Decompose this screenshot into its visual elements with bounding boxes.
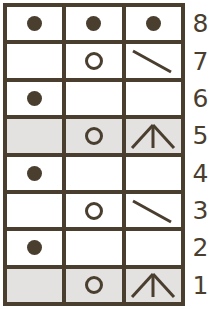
cell-r8-c3 (126, 7, 181, 40)
row-number-column: 87654321 (185, 3, 216, 306)
cell-r2-c3 (126, 231, 181, 264)
cell-r5-c1 (7, 119, 62, 152)
cell-r1-c3 (126, 269, 181, 302)
purl-dot-icon (146, 16, 161, 31)
cell-r6-c3 (126, 82, 181, 115)
cell-r7-c2 (66, 44, 121, 77)
purl-dot-icon (27, 240, 42, 255)
cell-r4-c1 (7, 157, 62, 190)
yarn-over-icon (85, 202, 103, 220)
yarn-over-icon (85, 276, 103, 294)
purl-dot-icon (86, 16, 101, 31)
centered-double-decrease-icon (128, 271, 178, 299)
row-number-2: 2 (185, 231, 216, 264)
cell-r3-c2 (66, 194, 121, 227)
row-number-7: 7 (185, 44, 216, 77)
cell-r8-c1 (7, 7, 62, 40)
knitting-chart-page: 87654321 (0, 0, 216, 309)
row-number-4: 4 (185, 157, 216, 190)
cell-r3-c1 (7, 194, 62, 227)
row-number-6: 6 (185, 82, 216, 115)
cell-r8-c2 (66, 7, 121, 40)
row-number-8: 8 (185, 7, 216, 40)
knitting-chart-grid (3, 3, 185, 306)
cell-r2-c1 (7, 231, 62, 264)
row-number-3: 3 (185, 194, 216, 227)
cell-r5-c2 (66, 119, 121, 152)
cell-r7-c1 (7, 44, 62, 77)
cell-r5-c3 (126, 119, 181, 152)
purl-dot-icon (27, 91, 42, 106)
purl-dot-icon (27, 16, 42, 31)
cell-r1-c2 (66, 269, 121, 302)
cell-r6-c2 (66, 82, 121, 115)
cell-r1-c1 (7, 269, 62, 302)
cell-r4-c2 (66, 157, 121, 190)
cell-r6-c1 (7, 82, 62, 115)
right-decrease-icon (128, 47, 178, 75)
cell-r2-c2 (66, 231, 121, 264)
purl-dot-icon (27, 166, 42, 181)
yarn-over-icon (85, 52, 103, 70)
yarn-over-icon (85, 127, 103, 145)
cell-r3-c3 (126, 194, 181, 227)
right-decrease-icon (128, 197, 178, 225)
cell-r4-c3 (126, 157, 181, 190)
row-number-5: 5 (185, 119, 216, 152)
row-number-1: 1 (185, 269, 216, 302)
centered-double-decrease-icon (128, 122, 178, 150)
cell-r7-c3 (126, 44, 181, 77)
